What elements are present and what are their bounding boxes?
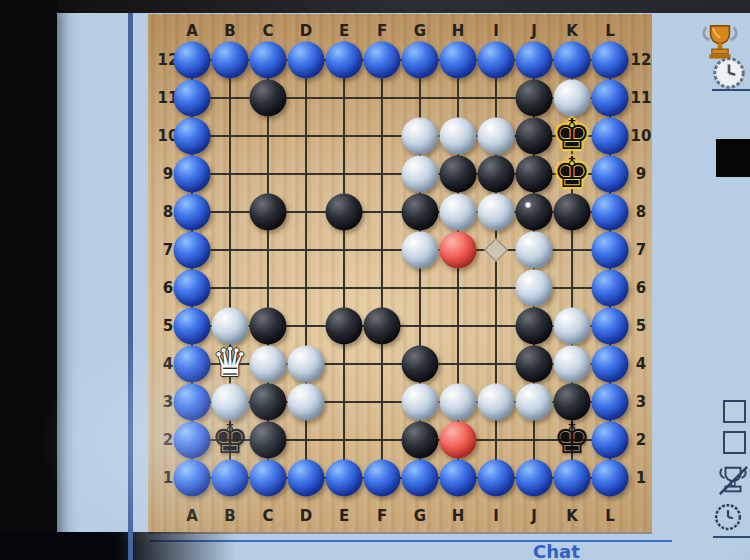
stone-black[interactable] [250,80,287,117]
row-label-left: 1 [163,469,173,487]
col-label-bottom: L [605,507,615,525]
col-label-top: D [300,22,312,40]
stone-blue[interactable] [402,460,439,497]
stone-blue[interactable] [212,42,249,79]
col-label-bottom: E [339,507,349,525]
row-label-left: 4 [163,355,173,373]
col-label-top: H [452,22,465,40]
stone-blue[interactable] [592,346,629,383]
stone-blue[interactable] [174,422,211,459]
stone-blue[interactable] [554,460,591,497]
panel-divider-line-top [712,89,750,91]
stone-silver[interactable] [516,232,553,269]
col-label-top: L [605,22,615,40]
col-label-top: B [224,22,235,40]
stone-blue[interactable] [250,460,287,497]
row-label-right: 3 [636,393,646,411]
stone-silver[interactable] [250,346,287,383]
stone-silver[interactable] [440,194,477,231]
board-grid-lines [191,59,611,479]
col-label-bottom: A [186,507,198,525]
stone-silver[interactable] [478,118,515,155]
row-label-left: 2 [163,431,173,449]
row-label-right: 9 [636,165,646,183]
stone-blue[interactable] [364,460,401,497]
stone-black[interactable] [250,308,287,345]
stone-black[interactable] [326,308,363,345]
stone-black[interactable] [516,346,553,383]
stone-blue[interactable] [440,460,477,497]
stone-blue[interactable] [592,460,629,497]
stone-blue[interactable] [592,42,629,79]
stone-black[interactable] [516,80,553,117]
stone-blue[interactable] [364,42,401,79]
row-label-left: 9 [163,165,173,183]
stone-silver[interactable] [402,384,439,421]
stone-black[interactable] [364,308,401,345]
col-label-bottom: F [377,507,387,525]
row-label-right: 8 [636,203,646,221]
clock-icon-small [713,502,743,536]
stone-blue[interactable] [174,42,211,79]
col-label-bottom: K [566,507,578,525]
row-label-left: 6 [163,279,173,297]
stone-blue[interactable] [174,194,211,231]
photo-left-dark-edge [0,0,57,560]
stone-blue[interactable] [174,80,211,117]
row-label-right: 11 [631,89,652,107]
col-label-top: A [186,22,198,40]
stone-silver[interactable] [516,384,553,421]
stone-blue[interactable] [174,308,211,345]
stone-black[interactable] [554,194,591,231]
white-queen[interactable]: ♛ [212,339,248,385]
stone-black-last-move[interactable] [516,194,553,231]
stone-blue[interactable] [288,460,325,497]
row-label-right: 2 [636,431,646,449]
stone-blue[interactable] [174,270,211,307]
col-label-top: F [377,22,387,40]
stone-black[interactable] [478,156,515,193]
stone-blue[interactable] [592,422,629,459]
stone-black[interactable] [250,422,287,459]
col-label-top: K [566,22,578,40]
stone-blue[interactable] [592,384,629,421]
panel-divider-line-bottom [713,536,750,538]
stone-blue[interactable] [288,42,325,79]
row-label-left: 8 [163,203,173,221]
stone-black[interactable] [440,156,477,193]
stone-blue[interactable] [174,156,211,193]
last-move-marker [525,202,532,209]
stone-silver[interactable] [516,270,553,307]
stone-blue[interactable] [174,460,211,497]
black-king[interactable]: ♚ [211,414,249,463]
stone-black[interactable] [402,194,439,231]
col-label-bottom: H [452,507,465,525]
stone-black[interactable] [250,384,287,421]
checkbox-2[interactable] [723,431,746,454]
col-label-bottom: C [262,507,273,525]
stone-blue[interactable] [592,308,629,345]
checkbox-1[interactable] [723,400,746,423]
col-label-top: I [493,22,499,40]
row-label-left: 3 [163,393,173,411]
row-label-right: 5 [636,317,646,335]
stone-red[interactable] [440,232,477,269]
screen-photo: AABBCCDDEEFFGGHHIIJJKKLL1212111110109988… [0,0,750,560]
stone-silver[interactable] [402,232,439,269]
stone-blue[interactable] [174,232,211,269]
stone-silver[interactable] [402,118,439,155]
stone-blue[interactable] [402,42,439,79]
stone-blue[interactable] [592,232,629,269]
stone-black[interactable] [516,156,553,193]
stone-blue[interactable] [516,42,553,79]
col-label-top: J [531,22,537,40]
stone-silver[interactable] [440,118,477,155]
row-label-right: 1 [636,469,646,487]
photo-bottom-left-corner [0,532,235,560]
stone-blue[interactable] [592,156,629,193]
stone-blue[interactable] [516,460,553,497]
stone-blue[interactable] [174,384,211,421]
stone-silver[interactable] [402,156,439,193]
col-label-bottom: J [531,507,537,525]
stone-blue[interactable] [478,460,515,497]
stone-blue[interactable] [212,460,249,497]
stone-silver[interactable] [288,384,325,421]
col-label-top: G [414,22,426,40]
black-swatch [716,139,750,177]
stone-blue[interactable] [326,460,363,497]
chat-label: Chat [533,541,580,560]
stone-blue[interactable] [592,118,629,155]
photo-top-dark-edge [0,0,750,13]
row-label-right: 6 [636,279,646,297]
col-label-top: E [339,22,349,40]
stone-blue[interactable] [174,346,211,383]
stone-silver[interactable] [554,308,591,345]
no-trophy-icon [716,463,750,501]
row-label-right: 12 [631,51,652,69]
col-label-bottom: B [224,507,235,525]
stone-blue[interactable] [592,270,629,307]
row-label-left: 7 [163,241,173,259]
stone-red[interactable] [440,422,477,459]
col-label-bottom: G [414,507,426,525]
stone-black[interactable] [516,118,553,155]
stone-blue[interactable] [250,42,287,79]
col-label-top: C [262,22,273,40]
col-label-bottom: D [300,507,312,525]
row-label-left: 5 [163,317,173,335]
stone-blue[interactable] [326,42,363,79]
row-label-right: 7 [636,241,646,259]
stone-black[interactable] [402,422,439,459]
stone-blue[interactable] [440,42,477,79]
stone-silver[interactable] [478,194,515,231]
stone-blue[interactable] [554,42,591,79]
window-panel-divider [128,13,133,560]
stone-black[interactable] [250,194,287,231]
stone-blue[interactable] [174,118,211,155]
black-king[interactable]: ♚ [553,414,591,463]
stone-silver[interactable] [554,346,591,383]
stone-silver[interactable] [288,346,325,383]
row-label-right: 10 [631,127,652,145]
stone-black[interactable] [516,308,553,345]
stone-blue[interactable] [478,42,515,79]
stone-black[interactable] [402,346,439,383]
stone-blue[interactable] [592,80,629,117]
col-label-bottom: I [493,507,499,525]
stone-silver[interactable] [440,384,477,421]
stone-blue[interactable] [592,194,629,231]
stone-silver[interactable] [478,384,515,421]
stone-black[interactable] [326,194,363,231]
black-king-highlighted[interactable]: ♚ [553,148,591,197]
row-label-right: 4 [636,355,646,373]
